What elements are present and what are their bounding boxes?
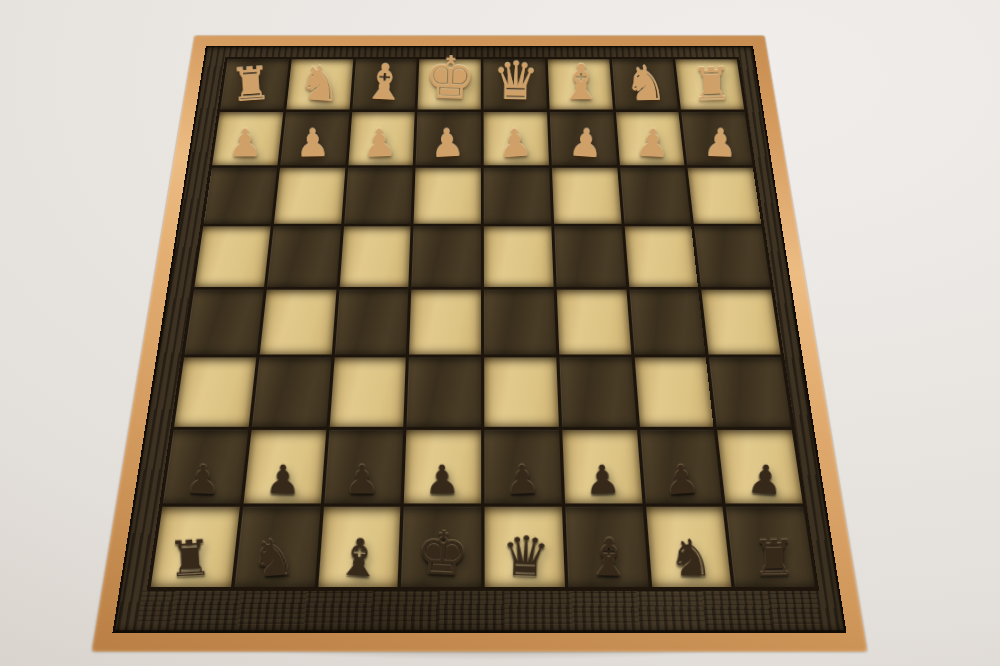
square-c6: [559, 357, 636, 426]
square-e5: [409, 290, 481, 355]
square-h8: ♜: [151, 507, 240, 587]
square-e4: [412, 227, 481, 287]
piece-light-pawn: ♟: [295, 124, 330, 163]
square-e6: [407, 357, 481, 426]
square-h6: [174, 357, 256, 426]
square-a4: [694, 227, 770, 287]
piece-light-rook: ♜: [229, 61, 273, 109]
square-e7: ♟: [404, 429, 481, 503]
square-f4: [339, 227, 411, 287]
piece-dark-rook: ♜: [752, 534, 797, 584]
square-c4: [554, 227, 626, 287]
piece-dark-pawn: ♟: [184, 460, 221, 501]
square-d5: [484, 290, 556, 355]
square-g8: ♞: [234, 507, 320, 587]
square-b8: ♞: [646, 507, 732, 587]
square-h1: ♜: [220, 59, 289, 109]
square-h7: ♟: [163, 429, 248, 503]
square-b7: ♟: [640, 429, 723, 503]
square-a3: [688, 167, 762, 224]
piece-dark-pawn: ♟: [264, 460, 300, 500]
square-d6: [484, 357, 559, 426]
square-g1: ♞: [286, 59, 353, 109]
piece-light-pawn: ♟: [635, 123, 671, 163]
square-g7: ♟: [243, 429, 326, 503]
square-a5: [701, 290, 780, 355]
square-b5: [629, 290, 706, 355]
piece-dark-bishop: ♝: [335, 530, 385, 585]
square-f5: [334, 290, 408, 355]
piece-dark-queen: ♛: [500, 528, 551, 585]
square-a8: ♜: [726, 507, 815, 587]
square-b1: ♞: [611, 59, 678, 109]
board-grid: ♜♞♝♚♛♝♞♜♟♟♟♟♟♟♟♟♟♟♟♟♟♟♟♟♜♞♝♚♛♝♞♜: [147, 57, 819, 590]
piece-dark-pawn: ♟: [583, 460, 621, 502]
square-h3: [204, 167, 277, 224]
piece-light-queen: ♛: [492, 54, 540, 107]
square-a6: [709, 357, 791, 426]
square-b4: [624, 227, 698, 287]
piece-light-pawn: ♟: [362, 124, 398, 163]
square-e3: [414, 167, 481, 224]
square-g6: [252, 357, 331, 426]
piece-light-pawn: ♟: [702, 124, 738, 163]
square-a2: ♟: [681, 112, 752, 165]
square-f1: ♝: [352, 59, 417, 109]
square-c2: ♟: [549, 112, 616, 165]
square-e1: ♚: [418, 59, 481, 109]
square-c3: [552, 167, 621, 224]
square-d2: ♟: [484, 112, 549, 165]
piece-light-bishop: ♝: [362, 57, 408, 108]
square-e8: ♚: [401, 507, 481, 587]
square-d1: ♛: [483, 59, 546, 109]
square-d7: ♟: [484, 429, 561, 503]
square-g2: ♟: [280, 112, 349, 165]
piece-dark-bishop: ♝: [585, 531, 632, 583]
square-f8: ♝: [318, 507, 401, 587]
square-e2: ♟: [416, 112, 481, 165]
piece-light-king: ♚: [423, 48, 477, 108]
piece-light-pawn: ♟: [496, 123, 533, 164]
piece-light-knight: ♞: [296, 58, 342, 109]
piece-light-pawn: ♟: [228, 124, 262, 162]
piece-dark-knight: ♞: [248, 532, 297, 585]
square-c7: ♟: [562, 429, 642, 503]
piece-dark-pawn: ♟: [424, 460, 460, 500]
board-stained-border: ♜♞♝♚♛♝♞♜♟♟♟♟♟♟♟♟♟♟♟♟♟♟♟♟♜♞♝♚♛♝♞♜: [112, 46, 846, 633]
square-d3: [484, 167, 551, 224]
piece-dark-knight: ♞: [669, 533, 714, 583]
square-f3: [344, 167, 413, 224]
piece-light-bishop: ♝: [559, 58, 603, 107]
piece-dark-pawn: ♟: [746, 459, 784, 501]
piece-light-knight: ♞: [624, 59, 668, 108]
square-d4: [484, 227, 554, 287]
square-a7: ♟: [717, 429, 802, 503]
piece-dark-pawn: ♟: [504, 460, 541, 501]
square-b6: [634, 357, 714, 426]
square-d8: ♛: [484, 507, 564, 587]
square-h5: [185, 290, 264, 355]
piece-dark-king: ♚: [415, 523, 471, 585]
square-g3: [274, 167, 345, 224]
piece-light-pawn: ♟: [567, 123, 604, 164]
square-c5: [556, 290, 630, 355]
square-f2: ♟: [348, 112, 415, 165]
square-c1: ♝: [547, 59, 612, 109]
square-c8: ♝: [565, 507, 648, 587]
square-a1: ♜: [675, 59, 744, 109]
square-b2: ♟: [615, 112, 684, 165]
piece-dark-pawn: ♟: [345, 461, 381, 501]
table-background: ♜♞♝♚♛♝♞♜♟♟♟♟♟♟♟♟♟♟♟♟♟♟♟♟♜♞♝♚♛♝♞♜: [0, 0, 1000, 666]
square-h4: [194, 227, 270, 287]
chess-board: ♜♞♝♚♛♝♞♜♟♟♟♟♟♟♟♟♟♟♟♟♟♟♟♟♜♞♝♚♛♝♞♜: [92, 36, 868, 652]
square-g4: [267, 227, 341, 287]
square-h2: ♟: [212, 112, 283, 165]
square-b3: [620, 167, 691, 224]
square-f6: [329, 357, 406, 426]
square-f7: ♟: [324, 429, 404, 503]
piece-light-rook: ♜: [691, 61, 733, 108]
piece-dark-pawn: ♟: [663, 459, 701, 501]
piece-dark-rook: ♜: [167, 533, 214, 585]
square-g5: [259, 290, 336, 355]
piece-light-pawn: ♟: [429, 123, 465, 163]
